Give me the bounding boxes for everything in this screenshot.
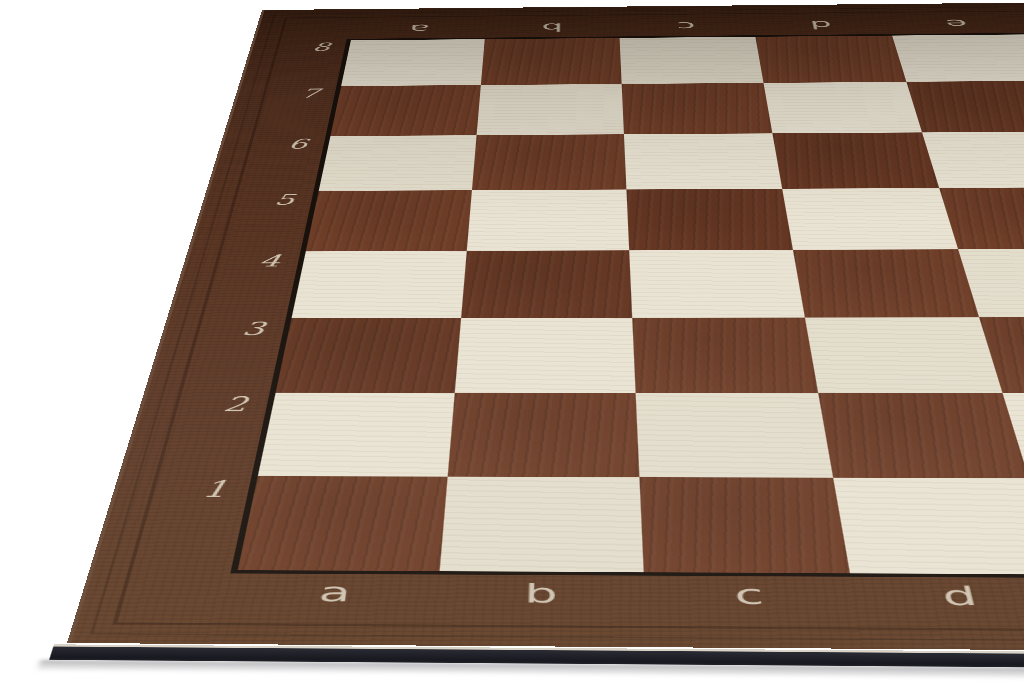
file-label-bottom-c: c (644, 579, 857, 611)
file-label-top-e: e (887, 16, 1024, 31)
square-a1 (238, 476, 448, 571)
square-c4 (629, 250, 805, 318)
square-a4 (292, 251, 467, 318)
rank-label-2: 2 (144, 393, 250, 476)
rank-label-7: 7 (242, 86, 320, 136)
square-c7 (622, 83, 773, 134)
file-label-bottom-d: d (851, 580, 1024, 612)
square-d8 (755, 36, 906, 83)
rank-label-1: 1 (117, 476, 231, 570)
file-label-top-b: b (485, 20, 619, 34)
file-label-bottom-b: b (436, 578, 645, 610)
square-b3 (455, 318, 636, 393)
square-c2 (636, 393, 834, 478)
square-d2 (818, 393, 1024, 478)
rank-label-6: 6 (227, 136, 310, 191)
square-d3 (805, 317, 1003, 393)
playing-area (230, 29, 1024, 582)
square-c6 (624, 133, 782, 189)
square-d1 (833, 478, 1024, 575)
square-e7 (906, 81, 1024, 133)
square-b1 (440, 477, 644, 573)
square-b2 (448, 393, 640, 477)
square-a3 (276, 318, 461, 393)
square-c1 (639, 477, 850, 573)
square-b7 (477, 84, 624, 135)
square-c8 (620, 37, 764, 84)
square-c3 (632, 318, 818, 393)
square-e8 (892, 34, 1024, 81)
square-d7 (764, 82, 923, 134)
square-b6 (472, 134, 626, 190)
square-d5 (782, 188, 958, 250)
square-a6 (319, 135, 477, 191)
file-label-bottom-a: a (230, 577, 439, 608)
square-b5 (467, 189, 629, 250)
file-label-top-d: d (752, 18, 890, 32)
photo-background: 87654321aabbccddeeffgghh (0, 0, 1024, 682)
file-label-top-a: a (352, 21, 486, 35)
rank-label-3: 3 (168, 318, 267, 392)
square-b4 (461, 250, 632, 318)
file-label-top-c: c (619, 19, 755, 33)
rank-label-8: 8 (257, 40, 331, 86)
square-e6 (922, 131, 1024, 188)
square-a7 (330, 85, 480, 136)
square-a2 (258, 393, 455, 477)
square-b8 (481, 38, 622, 85)
coordinate-labels: 87654321aabbccddeeffgghh (264, 0, 1024, 11)
rank-label-4: 4 (190, 251, 283, 318)
square-d6 (772, 132, 939, 188)
square-a8 (341, 39, 485, 86)
square-d4 (793, 249, 979, 317)
rank-label-5: 5 (209, 191, 296, 252)
chess-board: 87654321aabbccddeeffgghh (67, 0, 1024, 658)
square-a5 (306, 190, 472, 251)
square-c5 (626, 189, 793, 251)
